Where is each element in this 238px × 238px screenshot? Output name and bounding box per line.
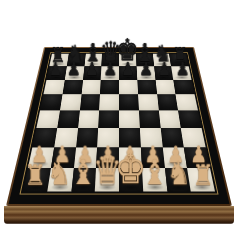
square-d6[interactable]: [100, 80, 119, 95]
square-c5[interactable]: [80, 94, 101, 110]
square-a5[interactable]: [40, 94, 62, 110]
square-g1[interactable]: ♞: [165, 168, 191, 191]
black-pawn-g7[interactable]: ♟: [157, 61, 171, 79]
square-h1[interactable]: ♜: [187, 168, 215, 191]
photo-background: ♜♞♝♛♚♝♞♜♟♟♟♟♟♟♟♟♟♟♟♟♟♟♟♟♜♞♝♛♚♝♞♜: [0, 0, 238, 238]
square-h6[interactable]: [173, 80, 194, 95]
square-b4[interactable]: [57, 110, 79, 127]
board-black-field: ♜♞♝♛♚♝♞♜♟♟♟♟♟♟♟♟♟♟♟♟♟♟♟♟♜♞♝♛♚♝♞♜: [8, 48, 229, 204]
black-pawn-c7[interactable]: ♟: [85, 61, 99, 79]
square-g5[interactable]: [157, 94, 178, 110]
square-g7[interactable]: ♟: [154, 66, 174, 80]
square-b5[interactable]: [60, 94, 81, 110]
black-pawn-a7[interactable]: ♟: [49, 61, 63, 79]
board-pinstripe-border: ♜♞♝♛♚♝♞♜♟♟♟♟♟♟♟♟♟♟♟♟♟♟♟♟♜♞♝♛♚♝♞♜: [19, 52, 218, 194]
square-e1[interactable]: ♚: [119, 168, 143, 191]
white-rook-h1[interactable]: ♜: [192, 161, 214, 189]
square-g4[interactable]: [158, 110, 180, 127]
board-front-edge: [4, 206, 234, 224]
white-bishop-f1[interactable]: ♝: [142, 155, 168, 189]
square-c4[interactable]: [78, 110, 100, 127]
square-f5[interactable]: [138, 94, 159, 110]
black-pawn-h7[interactable]: ♟: [175, 61, 189, 79]
square-h4[interactable]: [178, 110, 201, 127]
square-f4[interactable]: [139, 110, 161, 127]
square-g6[interactable]: [155, 80, 175, 95]
black-pawn-e7[interactable]: ♟: [121, 61, 135, 79]
square-f6[interactable]: [137, 80, 157, 95]
square-d4[interactable]: [98, 110, 119, 127]
black-pawn-b7[interactable]: ♟: [67, 61, 81, 79]
square-b6[interactable]: [62, 80, 82, 95]
square-h5[interactable]: [176, 94, 198, 110]
square-d5[interactable]: [99, 94, 119, 110]
square-f1[interactable]: ♝: [142, 168, 167, 191]
white-knight-g1[interactable]: ♞: [167, 158, 191, 190]
square-e7[interactable]: ♟: [119, 66, 137, 80]
square-a4[interactable]: [36, 110, 59, 127]
black-pawn-d7[interactable]: ♟: [103, 61, 117, 79]
square-b7[interactable]: ♟: [65, 66, 85, 80]
square-e6[interactable]: [119, 80, 138, 95]
board-grid: ♜♞♝♛♚♝♞♜♟♟♟♟♟♟♟♟♟♟♟♟♟♟♟♟♜♞♝♛♚♝♞♜: [23, 54, 215, 192]
square-a6[interactable]: [43, 80, 64, 95]
white-knight-b1[interactable]: ♞: [47, 158, 71, 190]
square-c6[interactable]: [81, 80, 101, 95]
square-e5[interactable]: [119, 94, 139, 110]
white-rook-a1[interactable]: ♜: [25, 161, 47, 189]
square-e4[interactable]: [119, 110, 140, 127]
square-c7[interactable]: ♟: [83, 66, 102, 80]
black-pawn-f7[interactable]: ♟: [139, 61, 153, 79]
chessboard: ♜♞♝♛♚♝♞♜♟♟♟♟♟♟♟♟♟♟♟♟♟♟♟♟♜♞♝♛♚♝♞♜: [6, 47, 232, 206]
square-a7[interactable]: ♟: [46, 66, 66, 80]
square-h7[interactable]: ♟: [171, 66, 191, 80]
board-wood-frame: ♜♞♝♛♚♝♞♜♟♟♟♟♟♟♟♟♟♟♟♟♟♟♟♟♜♞♝♛♚♝♞♜: [6, 47, 232, 206]
square-d7[interactable]: ♟: [101, 66, 119, 80]
square-f7[interactable]: ♟: [136, 66, 155, 80]
